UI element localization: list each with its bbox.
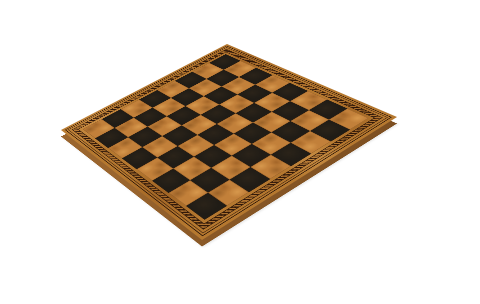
- chess-board: [61, 44, 397, 240]
- photo-canvas: [0, 0, 480, 304]
- board-squares-grid: [83, 54, 369, 220]
